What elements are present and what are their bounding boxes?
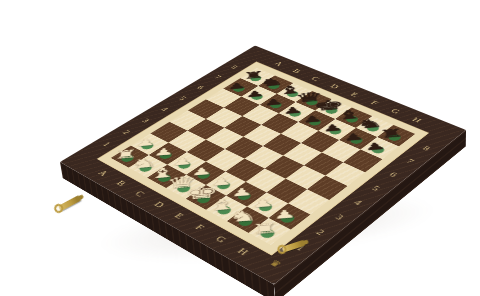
file-label-near-g: G — [206, 230, 236, 248]
maker-mark: ♛ — [260, 254, 292, 274]
perspective-wrapper: AA11BB22CC33DD44EE55FF66GG77HH88 ♛ ♜♞♝♛♚… — [108, 0, 418, 296]
photo-scene: AA11BB22CC33DD44EE55FF66GG77HH88 ♛ ♜♞♝♛♚… — [0, 0, 480, 296]
file-label-near-a: A — [90, 166, 116, 181]
brass-latch-icon — [58, 195, 82, 212]
file-label-near-e: E — [165, 207, 194, 224]
